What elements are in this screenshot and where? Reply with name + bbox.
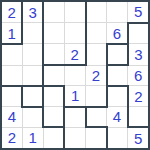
cell-r6c2[interactable] [22,107,43,128]
cell-r7c1[interactable]: 2 [1,127,22,149]
cell-r1c2[interactable]: 3 [22,1,43,23]
cell-r3c6[interactable] [107,44,128,65]
cell-r4c3[interactable] [43,65,64,86]
cell-r2c7[interactable] [128,23,149,44]
cell-r7c6[interactable] [107,127,128,149]
cell-r6c3[interactable] [43,107,64,128]
cell-r3c7[interactable]: 3 [128,44,149,65]
cell-r7c7[interactable]: 5 [128,127,149,149]
puzzle-grid: 2351623261244215 [0,0,150,150]
cell-r5c4[interactable]: 1 [64,86,85,107]
cell-r5c7[interactable]: 2 [128,86,149,107]
cell-r7c2[interactable]: 1 [22,127,43,149]
cell-r2c1[interactable]: 1 [1,23,22,44]
cell-r7c4[interactable] [64,127,85,149]
cell-r5c6[interactable] [107,86,128,107]
cell-r1c1[interactable]: 2 [1,1,22,23]
cell-r1c6[interactable] [107,1,128,23]
cell-r5c2[interactable] [22,86,43,107]
cell-r6c5[interactable] [86,107,107,128]
cell-r4c7[interactable]: 6 [128,65,149,86]
cell-r6c7[interactable] [128,107,149,128]
cell-r1c5[interactable] [86,1,107,23]
cell-r2c6[interactable]: 6 [107,23,128,44]
cell-r4c1[interactable] [1,65,22,86]
cell-r3c1[interactable] [1,44,22,65]
cell-r6c1[interactable]: 4 [1,107,22,128]
cell-r1c4[interactable] [64,1,85,23]
cell-r4c4[interactable] [64,65,85,86]
cell-r5c1[interactable] [1,86,22,107]
cell-r1c7[interactable]: 5 [128,1,149,23]
cell-r5c5[interactable] [86,86,107,107]
cell-r3c2[interactable] [22,44,43,65]
cell-r3c5[interactable] [86,44,107,65]
cell-r4c5[interactable]: 2 [86,65,107,86]
cell-r6c6[interactable]: 4 [107,107,128,128]
cell-r7c3[interactable] [43,127,64,149]
cell-r2c5[interactable] [86,23,107,44]
cell-r6c4[interactable] [64,107,85,128]
cell-r3c3[interactable] [43,44,64,65]
cell-r2c3[interactable] [43,23,64,44]
puzzle-board: 2351623261244215 [0,0,150,150]
cell-r2c4[interactable] [64,23,85,44]
cell-r4c6[interactable] [107,65,128,86]
cell-r1c3[interactable] [43,1,64,23]
cell-r5c3[interactable] [43,86,64,107]
cell-r7c5[interactable] [86,127,107,149]
cell-r2c2[interactable] [22,23,43,44]
cell-r3c4[interactable]: 2 [64,44,85,65]
cell-r4c2[interactable] [22,65,43,86]
